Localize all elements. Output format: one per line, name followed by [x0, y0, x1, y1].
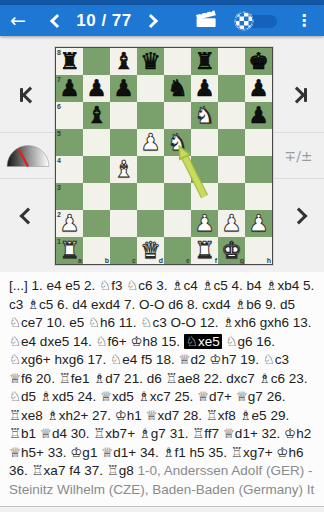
chevron-left-icon	[21, 87, 38, 104]
square-b4[interactable]	[83, 156, 110, 183]
square-g6[interactable]	[218, 102, 245, 129]
square-f8[interactable]: ♜	[191, 48, 218, 75]
square-h6[interactable]: ♟	[245, 102, 272, 129]
prev-move-button[interactable]	[18, 206, 38, 226]
back-arrow-icon[interactable]: ←	[10, 5, 34, 36]
square-h8[interactable]: ♚	[245, 48, 272, 75]
square-f1[interactable]: f♜	[191, 237, 218, 264]
square-h2[interactable]: ♟	[245, 210, 272, 237]
square-a8[interactable]: 8♜	[56, 48, 83, 75]
piece-white-P-a2[interactable]: ♟	[56, 210, 83, 237]
square-b1[interactable]: b	[83, 237, 110, 264]
square-c1[interactable]: c	[110, 237, 137, 264]
square-e4[interactable]	[164, 156, 191, 183]
square-a5[interactable]: 5	[56, 129, 83, 156]
square-b5[interactable]	[83, 129, 110, 156]
square-h3[interactable]	[245, 183, 272, 210]
square-b7[interactable]: ♟	[83, 75, 110, 102]
square-g5[interactable]	[218, 129, 245, 156]
square-g4[interactable]	[218, 156, 245, 183]
square-g7[interactable]	[218, 75, 245, 102]
move-list[interactable]: [...] 1. e4 e5 2. ♘f3 ♘c6 3. ♗c4 ♗c5 4. …	[0, 272, 324, 506]
piece-white-R-a1[interactable]: ♜	[56, 237, 83, 264]
evaluation-gauge	[0, 132, 55, 179]
square-b8[interactable]	[83, 48, 110, 75]
square-f7[interactable]: ♟	[191, 75, 218, 102]
go-to-end-button[interactable]	[287, 84, 311, 106]
piece-black-N-e7[interactable]: ♞	[164, 75, 191, 102]
left-controls	[0, 36, 55, 272]
square-d5[interactable]: ♟	[137, 129, 164, 156]
square-c5[interactable]	[110, 129, 137, 156]
chevron-right-icon	[290, 208, 307, 225]
square-a1[interactable]: 1a♜	[56, 237, 83, 264]
piece-white-P-g2[interactable]: ♟	[218, 210, 245, 237]
square-d1[interactable]: d♛	[137, 237, 164, 264]
square-c6[interactable]	[110, 102, 137, 129]
rank-label-5: 5	[57, 130, 61, 137]
square-d2[interactable]	[137, 210, 164, 237]
square-h4[interactable]	[245, 156, 272, 183]
app-screen: ← 10 / 77	[0, 0, 324, 512]
square-d8[interactable]: ♛	[137, 48, 164, 75]
piece-white-K-g1[interactable]: ♚	[218, 237, 245, 264]
square-f4[interactable]	[191, 156, 218, 183]
piece-white-P-f2[interactable]: ♟	[191, 210, 218, 237]
chess-board-wrap: 8♜♝♛♜♚7♟♟♟♞♟♟6♝♞♟5♟♞4♝32♟♟♟♟1a♜bcd♛ef♜g♚…	[55, 47, 273, 265]
piece-white-N-e5[interactable]: ♞	[164, 129, 191, 156]
square-b6[interactable]: ♝	[83, 102, 110, 129]
piece-black-B-c8[interactable]: ♝	[110, 48, 137, 75]
game-navigator: 10 / 77	[52, 11, 156, 31]
square-d3[interactable]	[137, 183, 164, 210]
piece-black-P-b7[interactable]: ♟	[83, 75, 110, 102]
square-c2[interactable]	[110, 210, 137, 237]
rank-label-3: 3	[57, 184, 61, 191]
square-h1[interactable]: h	[245, 237, 272, 264]
clapperboard-icon[interactable]	[194, 8, 218, 33]
square-c8[interactable]: ♝	[110, 48, 137, 75]
square-e2[interactable]	[164, 210, 191, 237]
current-move-highlight[interactable]: ♘xe5	[184, 334, 222, 349]
moves-after[interactable]: ♘g6 16. ♘xg6+ hxg6 17. ♘e4 f5 18. ♕d2 ♔h…	[9, 334, 311, 479]
square-a2[interactable]: 2♟	[56, 210, 83, 237]
piece-black-P-f7[interactable]: ♟	[191, 75, 218, 102]
square-g1[interactable]: g♚	[218, 237, 245, 264]
piece-black-P-h6[interactable]: ♟	[245, 102, 272, 129]
app-bar-icons: ⋮	[194, 8, 314, 33]
next-game-icon[interactable]	[144, 13, 158, 27]
piece-black-P-c7[interactable]: ♟	[110, 75, 137, 102]
chevron-right-icon	[288, 87, 305, 104]
overflow-menu-icon[interactable]: ⋮	[294, 13, 314, 29]
square-g8[interactable]	[218, 48, 245, 75]
square-a6[interactable]: 6	[56, 102, 83, 129]
piece-black-B-b6[interactable]: ♝	[83, 102, 110, 129]
piece-black-P-a7[interactable]: ♟	[56, 75, 83, 102]
square-d4[interactable]	[137, 156, 164, 183]
page-title: 10 / 77	[72, 11, 136, 31]
go-to-start-button[interactable]	[16, 84, 40, 106]
board-section: 8♜♝♛♜♚7♟♟♟♞♟♟6♝♞♟5♟♞4♝32♟♟♟♟1a♜bcd♛ef♜g♚…	[0, 36, 324, 272]
square-e6[interactable]	[164, 102, 191, 129]
chessking-logo-icon	[233, 10, 255, 32]
file-label-b: b	[105, 257, 109, 264]
piece-white-P-h2[interactable]: ♟	[245, 210, 272, 237]
piece-white-B-c4[interactable]: ♝	[110, 156, 137, 183]
chevron-left-icon	[19, 208, 36, 225]
evaluation-toggle-button[interactable]: ∓/±	[273, 132, 324, 179]
square-d7[interactable]	[137, 75, 164, 102]
piece-white-Q-d1[interactable]: ♛	[137, 237, 164, 264]
piece-black-P-h7[interactable]: ♟	[245, 75, 272, 102]
square-b3[interactable]	[83, 183, 110, 210]
square-c7[interactable]: ♟	[110, 75, 137, 102]
engine-toggle[interactable]	[233, 10, 279, 32]
square-f5[interactable]	[191, 129, 218, 156]
square-e7[interactable]: ♞	[164, 75, 191, 102]
square-h5[interactable]	[245, 129, 272, 156]
square-g2[interactable]: ♟	[218, 210, 245, 237]
bottom-strip	[0, 507, 324, 512]
file-label-h: h	[267, 257, 271, 264]
square-h7[interactable]: ♟	[245, 75, 272, 102]
prev-game-icon[interactable]	[50, 13, 64, 27]
rank-label-6: 6	[57, 103, 61, 110]
piece-white-N-f6[interactable]: ♞	[191, 102, 218, 129]
file-label-e: e	[186, 257, 190, 264]
file-label-c: c	[132, 257, 136, 264]
square-e8[interactable]	[164, 48, 191, 75]
next-move-button[interactable]	[289, 206, 309, 226]
square-e3[interactable]	[164, 183, 191, 210]
app-bar: ← 10 / 77	[0, 5, 324, 36]
square-f3[interactable]	[191, 183, 218, 210]
rank-label-4: 4	[57, 157, 61, 164]
square-d6[interactable]	[137, 102, 164, 129]
square-a7[interactable]: 7♟	[56, 75, 83, 102]
square-a4[interactable]: 4	[56, 156, 83, 183]
square-f6[interactable]: ♞	[191, 102, 218, 129]
square-b2[interactable]	[83, 210, 110, 237]
square-e5[interactable]: ♞	[164, 129, 191, 156]
square-c3[interactable]	[110, 183, 137, 210]
square-e1[interactable]: e	[164, 237, 191, 264]
square-g3[interactable]	[218, 183, 245, 210]
piece-black-R-f8[interactable]: ♜	[191, 48, 218, 75]
square-f2[interactable]: ♟	[191, 210, 218, 237]
piece-black-R-a8[interactable]: ♜	[56, 48, 83, 75]
chess-board[interactable]: 8♜♝♛♜♚7♟♟♟♞♟♟6♝♞♟5♟♞4♝32♟♟♟♟1a♜bcd♛ef♜g♚…	[55, 47, 273, 265]
piece-black-K-h8[interactable]: ♚	[245, 48, 272, 75]
piece-white-R-f1[interactable]: ♜	[191, 237, 218, 264]
right-controls: ∓/±	[273, 36, 324, 272]
square-c4[interactable]: ♝	[110, 156, 137, 183]
square-a3[interactable]: 3	[56, 183, 83, 210]
piece-black-Q-d8[interactable]: ♛	[137, 48, 164, 75]
piece-white-P-d5[interactable]: ♟	[137, 129, 164, 156]
